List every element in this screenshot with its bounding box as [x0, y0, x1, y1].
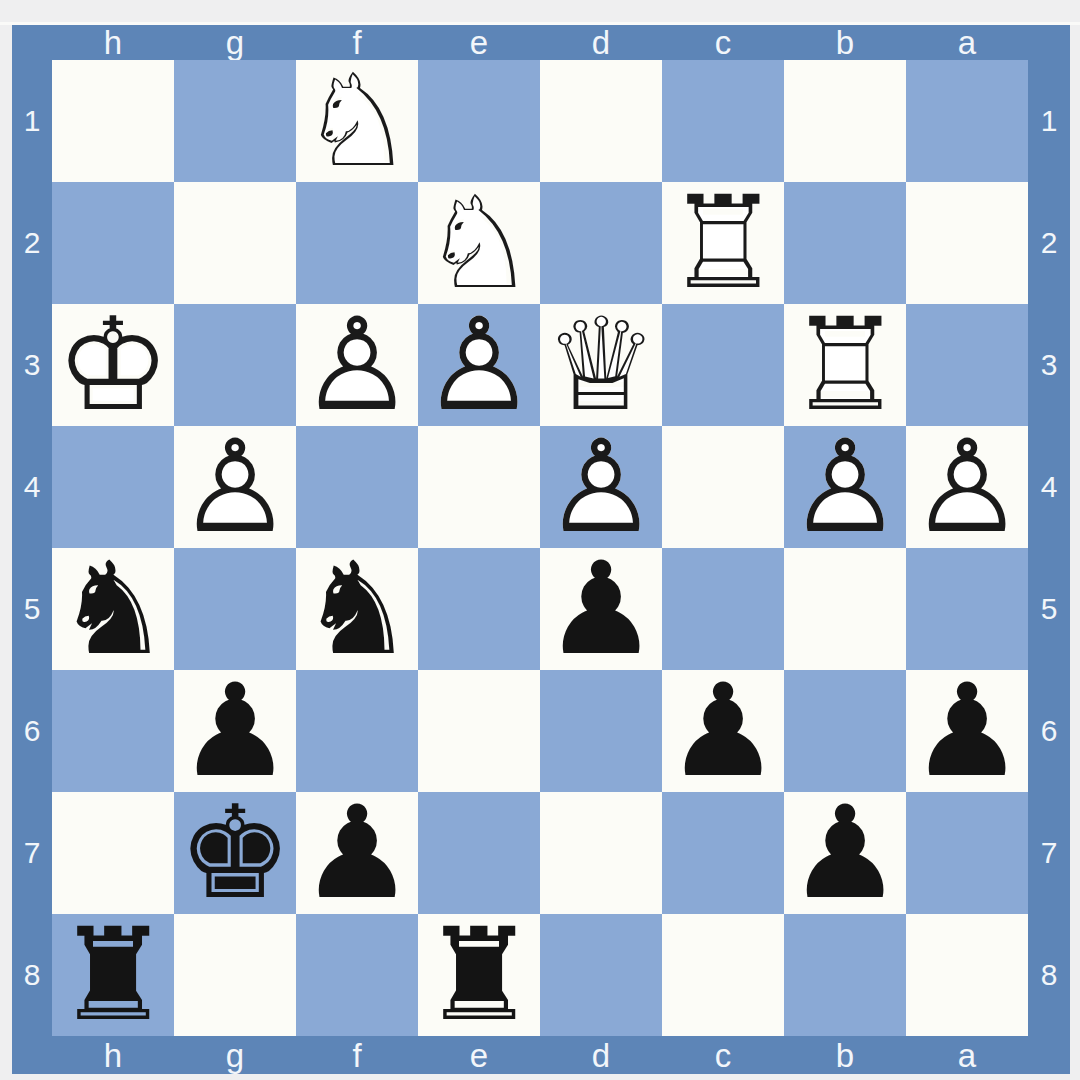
square-h8[interactable]: ♜ — [52, 914, 174, 1036]
file-label-top-f: f — [296, 25, 418, 60]
square-c5[interactable] — [662, 548, 784, 670]
piece-white-rook-c2[interactable]: ♜♖ — [662, 182, 784, 304]
file-label-top-h: h — [52, 25, 174, 60]
square-d6[interactable] — [540, 670, 662, 792]
piece-fill-layer: ♟ — [418, 304, 540, 426]
rank-label-left-2: 2 — [12, 182, 52, 304]
piece-white-queen-d3[interactable]: ♛♕ — [540, 304, 662, 426]
piece-solid-layer: ♟ — [662, 670, 784, 792]
square-c6[interactable]: ♟ — [662, 670, 784, 792]
file-label-top-g: g — [174, 25, 296, 60]
square-h5[interactable]: ♞ — [52, 548, 174, 670]
square-g3[interactable] — [174, 304, 296, 426]
piece-white-knight-f1[interactable]: ♞♘ — [296, 60, 418, 182]
rank-label-left-1: 1 — [12, 60, 52, 182]
board-corner — [12, 25, 52, 60]
square-f2[interactable] — [296, 182, 418, 304]
square-f1[interactable]: ♞♘ — [296, 60, 418, 182]
piece-white-pawn-d4[interactable]: ♟♙ — [540, 426, 662, 548]
piece-black-pawn-c6[interactable]: ♟ — [662, 670, 784, 792]
square-e3[interactable]: ♟♙ — [418, 304, 540, 426]
file-label-top-d: d — [540, 25, 662, 60]
piece-solid-layer: ♜ — [418, 914, 540, 1036]
piece-solid-layer: ♟ — [540, 548, 662, 670]
piece-solid-layer: ♞ — [52, 548, 174, 670]
piece-outline-layer: ♙ — [784, 426, 906, 548]
chess-board: hgfedcba1♞♘12♞♘♜♖23♚♔♟♙♟♙♛♕♜♖34♟♙♟♙♟♙♟♙4… — [12, 25, 1070, 1074]
piece-outline-layer: ♙ — [174, 426, 296, 548]
square-e8[interactable]: ♜ — [418, 914, 540, 1036]
piece-outline-layer: ♘ — [296, 60, 418, 182]
square-c8[interactable] — [662, 914, 784, 1036]
square-a3[interactable] — [906, 304, 1028, 426]
rank-label-right-6: 6 — [1028, 670, 1070, 792]
piece-solid-layer: ♟ — [784, 792, 906, 914]
rank-label-right-3: 3 — [1028, 304, 1070, 426]
square-g1[interactable] — [174, 60, 296, 182]
square-f7[interactable]: ♟ — [296, 792, 418, 914]
rank-label-right-4: 4 — [1028, 426, 1070, 548]
piece-white-king-h3[interactable]: ♚♔ — [52, 304, 174, 426]
square-c1[interactable] — [662, 60, 784, 182]
piece-fill-layer: ♜ — [662, 182, 784, 304]
square-e2[interactable]: ♞♘ — [418, 182, 540, 304]
rank-label-left-6: 6 — [12, 670, 52, 792]
file-label-bottom-b: b — [784, 1036, 906, 1074]
square-b6[interactable] — [784, 670, 906, 792]
square-b1[interactable] — [784, 60, 906, 182]
file-label-bottom-g: g — [174, 1036, 296, 1074]
square-g5[interactable] — [174, 548, 296, 670]
file-label-top-e: e — [418, 25, 540, 60]
board-corner — [12, 1036, 52, 1074]
piece-fill-layer: ♟ — [540, 426, 662, 548]
rank-label-right-8: 8 — [1028, 914, 1070, 1036]
piece-outline-layer: ♖ — [662, 182, 784, 304]
board-corner — [1028, 25, 1070, 60]
square-f3[interactable]: ♟♙ — [296, 304, 418, 426]
square-e6[interactable] — [418, 670, 540, 792]
piece-fill-layer: ♚ — [52, 304, 174, 426]
rank-label-left-5: 5 — [12, 548, 52, 670]
rank-label-left-4: 4 — [12, 426, 52, 548]
square-g4[interactable]: ♟♙ — [174, 426, 296, 548]
square-b7[interactable]: ♟ — [784, 792, 906, 914]
rank-label-right-7: 7 — [1028, 792, 1070, 914]
square-e1[interactable] — [418, 60, 540, 182]
piece-white-pawn-e3[interactable]: ♟♙ — [418, 304, 540, 426]
file-label-bottom-d: d — [540, 1036, 662, 1074]
square-b5[interactable] — [784, 548, 906, 670]
square-e4[interactable] — [418, 426, 540, 548]
square-f5[interactable]: ♞ — [296, 548, 418, 670]
rank-label-right-5: 5 — [1028, 548, 1070, 670]
square-c2[interactable]: ♜♖ — [662, 182, 784, 304]
piece-black-knight-h5[interactable]: ♞ — [52, 548, 174, 670]
file-label-bottom-h: h — [52, 1036, 174, 1074]
rank-label-right-1: 1 — [1028, 60, 1070, 182]
piece-black-pawn-d5[interactable]: ♟ — [540, 548, 662, 670]
rank-label-left-8: 8 — [12, 914, 52, 1036]
square-b8[interactable] — [784, 914, 906, 1036]
square-a7[interactable] — [906, 792, 1028, 914]
rank-label-right-2: 2 — [1028, 182, 1070, 304]
file-label-bottom-f: f — [296, 1036, 418, 1074]
piece-black-pawn-g6[interactable]: ♟ — [174, 670, 296, 792]
square-c7[interactable] — [662, 792, 784, 914]
piece-outline-layer: ♙ — [296, 304, 418, 426]
square-b4[interactable]: ♟♙ — [784, 426, 906, 548]
square-e5[interactable] — [418, 548, 540, 670]
piece-outline-layer: ♘ — [418, 182, 540, 304]
square-b2[interactable] — [784, 182, 906, 304]
square-h1[interactable] — [52, 60, 174, 182]
piece-fill-layer: ♟ — [174, 426, 296, 548]
square-a5[interactable] — [906, 548, 1028, 670]
rank-label-left-3: 3 — [12, 304, 52, 426]
square-g8[interactable] — [174, 914, 296, 1036]
square-f4[interactable] — [296, 426, 418, 548]
square-d7[interactable] — [540, 792, 662, 914]
piece-fill-layer: ♟ — [296, 304, 418, 426]
square-d2[interactable] — [540, 182, 662, 304]
square-f8[interactable] — [296, 914, 418, 1036]
square-h4[interactable] — [52, 426, 174, 548]
piece-solid-layer: ♟ — [174, 670, 296, 792]
square-g2[interactable] — [174, 182, 296, 304]
rank-label-left-7: 7 — [12, 792, 52, 914]
piece-outline-layer: ♙ — [906, 426, 1028, 548]
piece-white-knight-e2[interactable]: ♞♘ — [418, 182, 540, 304]
square-g6[interactable]: ♟ — [174, 670, 296, 792]
square-g7[interactable]: ♚ — [174, 792, 296, 914]
square-c3[interactable] — [662, 304, 784, 426]
piece-outline-layer: ♖ — [784, 304, 906, 426]
piece-fill-layer: ♞ — [418, 182, 540, 304]
piece-solid-layer: ♟ — [906, 670, 1028, 792]
piece-outline-layer: ♙ — [540, 426, 662, 548]
square-d1[interactable] — [540, 60, 662, 182]
piece-black-pawn-f7[interactable]: ♟ — [296, 792, 418, 914]
piece-fill-layer: ♟ — [906, 426, 1028, 548]
file-label-bottom-e: e — [418, 1036, 540, 1074]
piece-solid-layer: ♜ — [52, 914, 174, 1036]
piece-outline-layer: ♕ — [540, 304, 662, 426]
square-h7[interactable] — [52, 792, 174, 914]
piece-fill-layer: ♛ — [540, 304, 662, 426]
square-h3[interactable]: ♚♔ — [52, 304, 174, 426]
piece-black-king-g7[interactable]: ♚ — [174, 792, 296, 914]
piece-black-knight-f5[interactable]: ♞ — [296, 548, 418, 670]
board-corner — [1028, 1036, 1070, 1074]
piece-solid-layer: ♞ — [296, 548, 418, 670]
file-label-bottom-a: a — [906, 1036, 1028, 1074]
piece-outline-layer: ♔ — [52, 304, 174, 426]
file-label-top-a: a — [906, 25, 1028, 60]
square-a6[interactable]: ♟ — [906, 670, 1028, 792]
file-label-top-b: b — [784, 25, 906, 60]
piece-solid-layer: ♟ — [296, 792, 418, 914]
square-a4[interactable]: ♟♙ — [906, 426, 1028, 548]
piece-white-pawn-b4[interactable]: ♟♙ — [784, 426, 906, 548]
piece-outline-layer: ♙ — [418, 304, 540, 426]
piece-solid-layer: ♚ — [174, 792, 296, 914]
square-d4[interactable]: ♟♙ — [540, 426, 662, 548]
square-a8[interactable] — [906, 914, 1028, 1036]
piece-white-pawn-g4[interactable]: ♟♙ — [174, 426, 296, 548]
square-h6[interactable] — [52, 670, 174, 792]
square-f6[interactable] — [296, 670, 418, 792]
piece-black-pawn-b7[interactable]: ♟ — [784, 792, 906, 914]
piece-fill-layer: ♞ — [296, 60, 418, 182]
square-e7[interactable] — [418, 792, 540, 914]
square-c4[interactable] — [662, 426, 784, 548]
page-background: { "game": "chess", "position": { "fen": … — [0, 0, 1080, 1080]
piece-black-rook-e8[interactable]: ♜ — [418, 914, 540, 1036]
piece-white-pawn-a4[interactable]: ♟♙ — [906, 426, 1028, 548]
piece-white-pawn-f3[interactable]: ♟♙ — [296, 304, 418, 426]
square-a2[interactable] — [906, 182, 1028, 304]
square-a1[interactable] — [906, 60, 1028, 182]
file-label-bottom-c: c — [662, 1036, 784, 1074]
piece-fill-layer: ♟ — [784, 426, 906, 548]
file-label-top-c: c — [662, 25, 784, 60]
square-h2[interactable] — [52, 182, 174, 304]
piece-black-rook-h8[interactable]: ♜ — [52, 914, 174, 1036]
piece-white-rook-b3[interactable]: ♜♖ — [784, 304, 906, 426]
square-d5[interactable]: ♟ — [540, 548, 662, 670]
square-d3[interactable]: ♛♕ — [540, 304, 662, 426]
square-b3[interactable]: ♜♖ — [784, 304, 906, 426]
square-d8[interactable] — [540, 914, 662, 1036]
piece-black-pawn-a6[interactable]: ♟ — [906, 670, 1028, 792]
piece-fill-layer: ♜ — [784, 304, 906, 426]
